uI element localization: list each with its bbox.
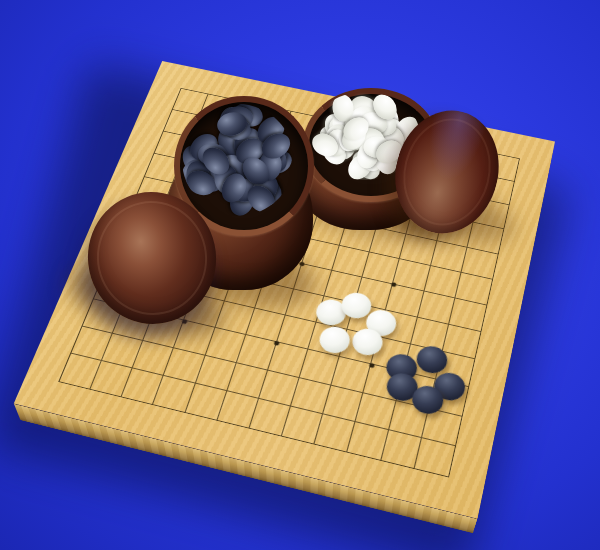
grid-cell [415, 438, 455, 476]
black-stones-pile [182, 104, 294, 216]
photo-scene [0, 0, 600, 550]
